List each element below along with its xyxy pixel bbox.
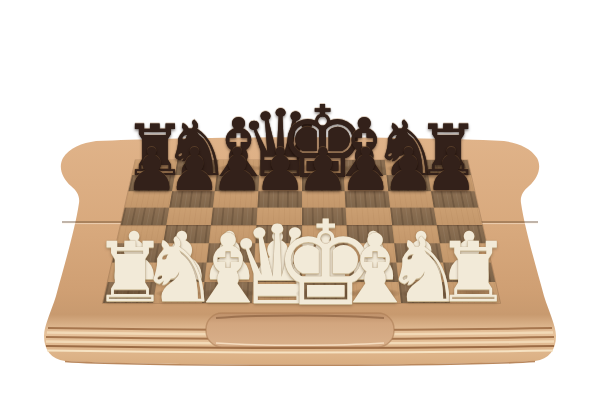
black-pawn-h7[interactable]: ♟ xyxy=(391,140,511,199)
photo-canvas: ♜♞♝♛♚♝♞♜♟♟♟♟♟♟♟♟♟♟♟♟♟♟♟♟♜♞♝♛♚♝♞♜ xyxy=(0,0,600,400)
chess-pieces-layer: ♜♞♝♛♚♝♞♜♟♟♟♟♟♟♟♟♟♟♟♟♟♟♟♟♜♞♝♛♚♝♞♜ xyxy=(0,0,600,400)
white-rook-h1[interactable]: ♜ xyxy=(413,231,533,314)
